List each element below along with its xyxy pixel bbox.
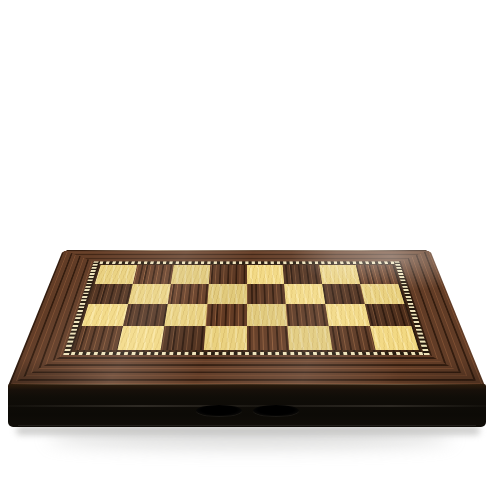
board-square-r1-c3	[171, 265, 210, 284]
board-square-r3-c6	[286, 304, 329, 326]
board-square-r3-c2	[123, 304, 168, 326]
finger-notch-right	[253, 405, 299, 416]
board-square-r2-c1	[89, 284, 133, 304]
board-square-r3-c4	[205, 304, 246, 326]
board-square-r4-c2	[117, 326, 164, 350]
board-square-r3-c5	[247, 304, 288, 326]
drop-shadow-core	[16, 426, 480, 435]
board-square-r4-c8	[370, 326, 419, 350]
chess-board-lid-top	[8, 250, 485, 386]
board-square-r1-c8	[356, 265, 398, 284]
lid-base-seam	[8, 405, 486, 407]
board-square-r4-c5	[247, 326, 290, 350]
board-square-r2-c6	[284, 284, 325, 304]
board-square-r1-c2	[133, 265, 174, 284]
board-square-r4-c6	[288, 326, 333, 350]
board-square-r1-c4	[209, 265, 247, 284]
board-square-r1-c1	[95, 265, 137, 284]
board-square-r4-c7	[329, 326, 376, 350]
board-square-r4-c4	[203, 326, 246, 350]
board-square-r2-c7	[322, 284, 365, 304]
board-square-r3-c8	[365, 304, 411, 326]
board-square-r2-c3	[168, 284, 209, 304]
board-square-r2-c8	[360, 284, 404, 304]
lid-front-edge-glint	[12, 384, 482, 385]
finger-notch-left	[196, 405, 242, 416]
board-square-r2-c4	[207, 284, 246, 304]
board-square-r1-c6	[283, 265, 322, 284]
board-square-r4-c1	[74, 326, 123, 350]
lid-back-edge-highlight	[83, 250, 410, 251]
board-square-r3-c3	[164, 304, 207, 326]
board-square-r2-c5	[247, 284, 286, 304]
chess-board-grid	[74, 265, 418, 350]
board-square-r2-c2	[128, 284, 171, 304]
board-square-r4-c3	[160, 326, 205, 350]
product-photo	[0, 0, 500, 500]
board-square-r3-c1	[82, 304, 128, 326]
box-front-face	[8, 384, 486, 427]
board-square-r1-c5	[247, 265, 285, 284]
box-bottom-edge-glint	[18, 425, 476, 426]
inlay-border-back	[93, 261, 400, 263]
board-square-r1-c7	[319, 265, 360, 284]
board-square-r3-c7	[325, 304, 370, 326]
inlay-border-front	[63, 352, 430, 355]
